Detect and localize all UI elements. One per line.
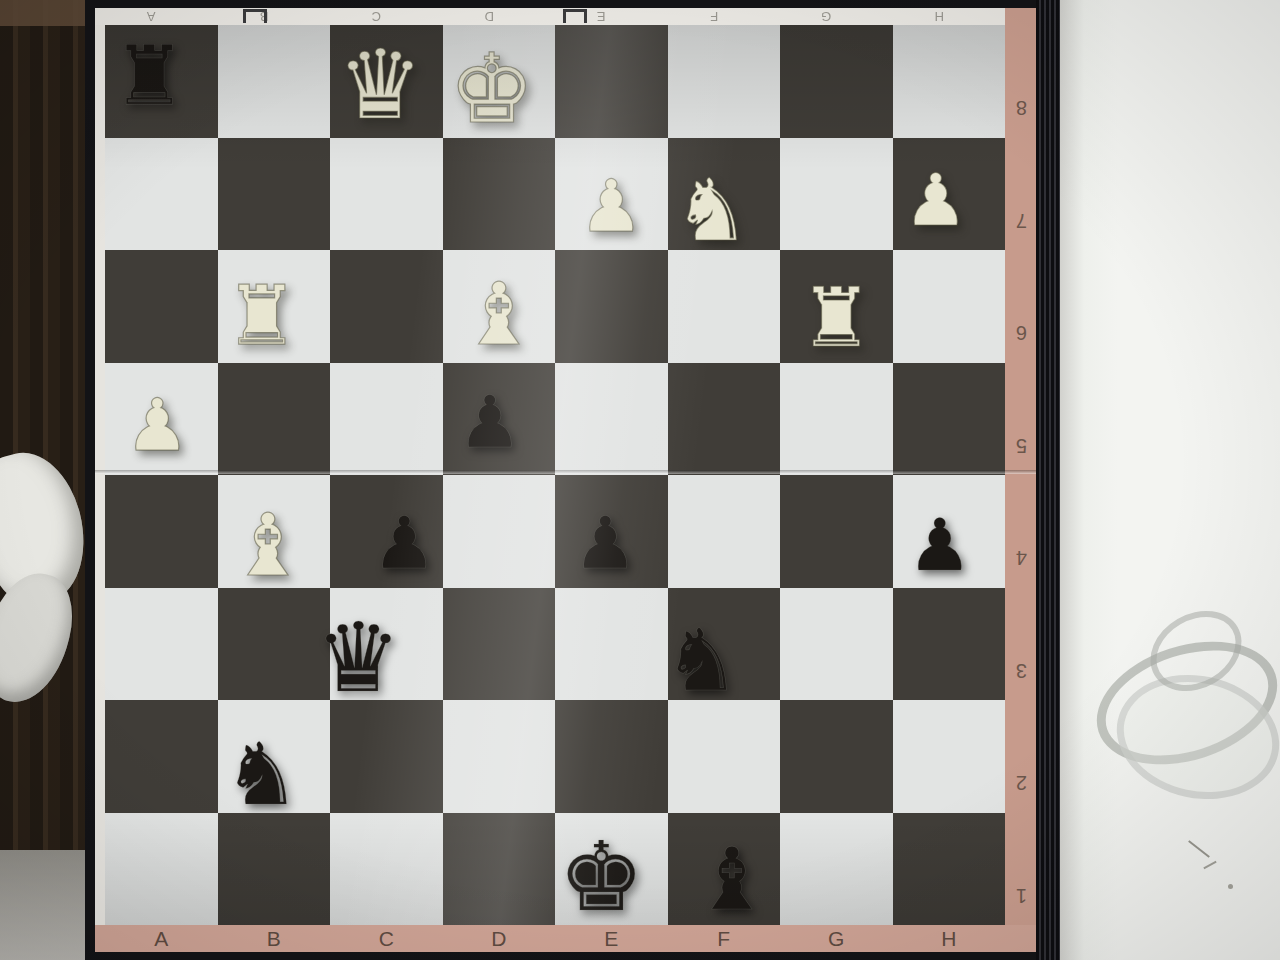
square-f3: ♞ — [668, 588, 781, 701]
file-label-top-a: A — [95, 8, 208, 25]
square-e6 — [555, 250, 668, 363]
white-rook-g6: ♜ — [780, 261, 893, 374]
fold-seam — [95, 470, 1038, 474]
square-f4 — [668, 475, 781, 588]
square-d5: ♟ — [443, 363, 556, 476]
square-a7 — [105, 138, 218, 251]
square-c3: ♛ — [330, 588, 443, 701]
square-c6 — [330, 250, 443, 363]
rank-label-5: 5 — [1005, 389, 1038, 502]
rank-label-8: 8 — [1005, 51, 1038, 164]
floor-patch — [0, 850, 92, 960]
rank-label-4: 4 — [1005, 501, 1038, 614]
white-pawn-h7: ♟ — [880, 144, 993, 257]
square-d6: ♝ — [443, 250, 556, 363]
square-g2 — [780, 700, 893, 813]
square-f2 — [668, 700, 781, 813]
background-wood — [0, 0, 92, 960]
square-b1 — [218, 813, 331, 926]
square-c4: ♟ — [330, 475, 443, 588]
square-b6: ♜ — [218, 250, 331, 363]
file-label-bottom-c: C — [330, 927, 443, 951]
square-g1 — [780, 813, 893, 926]
square-d3 — [443, 588, 556, 701]
board-squares: ♜♛♚♟♞♟♜♝♜♟♟♝♟♟♟♛♞♞♚♝ — [105, 25, 1005, 925]
hinge-clip-icon — [563, 9, 587, 23]
square-e1: ♚ — [555, 813, 668, 926]
file-label-bottom-d: D — [443, 927, 556, 951]
square-h1 — [893, 813, 1006, 926]
file-label-top-f: F — [658, 8, 771, 25]
square-h5 — [893, 363, 1006, 476]
square-g7 — [780, 138, 893, 251]
file-label-bottom-f: F — [668, 927, 781, 951]
square-f8 — [668, 25, 781, 138]
square-b8 — [218, 25, 331, 138]
black-pawn-e4: ♟ — [549, 487, 662, 600]
square-h2 — [893, 700, 1006, 813]
chessboard-frame: ABCDEFGH ♜♛♚♟♞♟♜♝♜♟♟♝♟♟♟♛♞♞♚♝ 87654321 A… — [85, 0, 1060, 960]
black-pawn-d5: ♟ — [434, 366, 547, 479]
square-f1: ♝ — [668, 813, 781, 926]
square-b3 — [218, 588, 331, 701]
white-queen-c8: ♛ — [324, 29, 437, 142]
white-pawn-a5: ♟ — [101, 369, 214, 482]
file-label-bottom-a: A — [105, 927, 218, 951]
square-g8 — [780, 25, 893, 138]
rank-label-2: 2 — [1005, 726, 1038, 839]
square-h7: ♟ — [893, 138, 1006, 251]
black-pawn-h4: ♟ — [884, 489, 997, 602]
square-e7: ♟ — [555, 138, 668, 251]
black-bishop-f1: ♝ — [676, 823, 789, 936]
square-c8: ♛ — [330, 25, 443, 138]
square-g3 — [780, 588, 893, 701]
top-margin: ABCDEFGH — [95, 8, 1005, 25]
square-c2 — [330, 700, 443, 813]
table-surface — [1058, 0, 1280, 960]
square-a1 — [105, 813, 218, 926]
file-label-bottom-e: E — [555, 927, 668, 951]
square-b4: ♝ — [218, 475, 331, 588]
file-label-top-e: E — [545, 8, 658, 25]
rank-label-3: 3 — [1005, 614, 1038, 727]
square-h3 — [893, 588, 1006, 701]
white-bishop-d6: ♝ — [443, 258, 556, 371]
white-king-d8: ♚ — [436, 33, 549, 146]
square-b7 — [218, 138, 331, 251]
square-b2: ♞ — [218, 700, 331, 813]
left-margin — [95, 25, 105, 925]
file-label-top-g: G — [770, 8, 883, 25]
wood-top-edge — [0, 0, 92, 26]
square-a2 — [105, 700, 218, 813]
black-king-e1: ♚ — [545, 821, 658, 934]
square-h4: ♟ — [893, 475, 1006, 588]
square-a4 — [105, 475, 218, 588]
photo-canvas: ABCDEFGH ♜♛♚♟♞♟♜♝♜♟♟♝♟♟♟♛♞♞♚♝ 87654321 A… — [0, 0, 1280, 960]
square-e3 — [555, 588, 668, 701]
square-d4 — [443, 475, 556, 588]
square-h6 — [893, 250, 1006, 363]
square-e8 — [555, 25, 668, 138]
square-c1 — [330, 813, 443, 926]
square-c5 — [330, 363, 443, 476]
white-rook-b6: ♜ — [206, 259, 319, 372]
square-g5 — [780, 363, 893, 476]
square-d8: ♚ — [443, 25, 556, 138]
square-f5 — [668, 363, 781, 476]
square-a6 — [105, 250, 218, 363]
square-h8 — [893, 25, 1006, 138]
file-label-bottom-h: H — [893, 927, 1006, 951]
square-e4: ♟ — [555, 475, 668, 588]
square-g6: ♜ — [780, 250, 893, 363]
square-b5 — [218, 363, 331, 476]
square-d1 — [443, 813, 556, 926]
plastic-wrap — [1090, 588, 1280, 803]
file-label-top-h: H — [883, 8, 996, 25]
rank-labels: 87654321 — [1005, 25, 1038, 925]
frame-ribbed-edge — [1036, 0, 1060, 960]
square-e2 — [555, 700, 668, 813]
square-g4 — [780, 475, 893, 588]
file-label-bottom-b: B — [218, 927, 331, 951]
rank-label-7: 7 — [1005, 164, 1038, 277]
square-a5: ♟ — [105, 363, 218, 476]
file-label-top-c: C — [320, 8, 433, 25]
square-f7: ♞ — [668, 138, 781, 251]
rank-label-6: 6 — [1005, 276, 1038, 389]
hinge-clip-icon — [243, 9, 267, 23]
square-a3 — [105, 588, 218, 701]
file-labels-bottom: ABCDEFGH — [105, 927, 1005, 951]
file-label-bottom-g: G — [780, 927, 893, 951]
square-c7 — [330, 138, 443, 251]
square-f6 — [668, 250, 781, 363]
square-a8: ♜ — [105, 25, 218, 138]
rank-label-1: 1 — [1005, 839, 1038, 952]
file-label-top-d: D — [433, 8, 546, 25]
white-pawn-e7: ♟ — [555, 150, 668, 263]
file-labels-top: ABCDEFGH — [95, 8, 1005, 25]
square-d2 — [443, 700, 556, 813]
square-d7 — [443, 138, 556, 251]
white-bishop-b4: ♝ — [212, 489, 325, 602]
table-scratch — [1228, 884, 1233, 889]
black-rook-a8: ♜ — [93, 19, 206, 132]
square-e5 — [555, 363, 668, 476]
